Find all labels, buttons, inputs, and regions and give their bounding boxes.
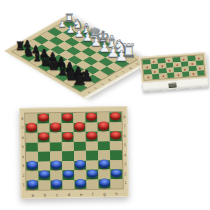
checkers-rank-label: 2 (22, 174, 24, 178)
printed-number-mark (191, 62, 193, 64)
checkers-file-label: h (115, 191, 118, 196)
checkers-rank-label: 3 (124, 162, 126, 166)
printed-number-mark (198, 57, 200, 59)
chess-board-squares (12, 20, 136, 92)
red-checker (110, 112, 121, 121)
checkers-file-label: d (68, 192, 71, 197)
checkers-file-labels: abcdefgh (27, 189, 123, 199)
printed-number-mark (176, 64, 178, 66)
blue-checker (51, 161, 62, 170)
blue-checker (27, 180, 38, 189)
checkers-rank-label: 7 (21, 126, 23, 130)
red-checker (62, 113, 73, 122)
printed-number-mark (184, 68, 186, 70)
chess-coord-label: b (92, 86, 97, 89)
red-checker (110, 131, 121, 140)
chess-coord-label: a (85, 90, 90, 93)
checkers-rank-label: 1 (124, 181, 126, 185)
chess-coord-label: f (120, 70, 125, 73)
printed-number-mark (168, 59, 170, 61)
red-checker (26, 123, 37, 132)
chess-board-frame: abcdefgh (4, 15, 150, 100)
printed-number-mark (146, 66, 148, 68)
checkers-file-label: c (56, 192, 58, 197)
checkers-pieces-layer (25, 112, 122, 190)
blue-checker (99, 160, 110, 169)
checkers-rank-label: 3 (22, 164, 24, 168)
chess-coord-label: h (134, 62, 139, 65)
blue-checker (99, 179, 110, 188)
blue-checker (39, 170, 50, 179)
checkers-rank-label: 8 (123, 115, 125, 119)
red-checker (50, 123, 61, 132)
checkers-rank-label: 5 (22, 145, 24, 149)
printed-number-mark (192, 72, 194, 74)
blue-checker (75, 179, 86, 188)
printed-number-mark (199, 67, 201, 69)
printed-number-mark (162, 75, 164, 77)
printed-number-mark (183, 58, 185, 60)
checkers-rank-labels-right: 87654321 (121, 112, 128, 188)
printed-number-mark (177, 74, 179, 76)
checkers-rank-label: 7 (123, 124, 125, 128)
red-checker (86, 112, 97, 121)
checkers-rank-label: 5 (124, 143, 126, 147)
red-checker (98, 122, 109, 131)
checkers-file-label: f (92, 191, 94, 196)
folded-box-squares (142, 55, 204, 80)
red-checker (38, 113, 49, 122)
chess-coord-label: g (127, 66, 132, 69)
chess-coord-label: d (106, 78, 111, 81)
checkers-file-label: b (44, 192, 47, 197)
chess-coord-label: c (99, 82, 104, 85)
blue-checker (75, 160, 86, 169)
red-checker (38, 132, 49, 141)
printed-number-mark (154, 70, 156, 72)
red-checker (86, 131, 97, 140)
checkers-rank-label: 4 (22, 155, 24, 159)
blue-checker (111, 169, 122, 178)
product-photo: abcdefgh ♜♞♝♛♚♝♞♜♟♟♟♟♟♟♟♟♟♟♟♟♟♟♟♟♜♞♝♛♚♝♞… (0, 0, 210, 210)
checkers-rank-label: 4 (124, 153, 126, 157)
checkers-rank-label: 6 (124, 134, 126, 138)
red-checker (74, 122, 85, 131)
printed-number-mark (153, 60, 155, 62)
checkers-board-frame: abcdefgh 87654321 87654321 (19, 106, 129, 199)
box-clasp-icon (168, 82, 177, 88)
folded-board-box (139, 52, 209, 92)
checkers-file-label: a (32, 192, 35, 197)
box-square (197, 70, 205, 76)
checkers-rank-labels-left: 87654321 (19, 114, 26, 190)
checkers-board: abcdefgh 87654321 87654321 (19, 106, 129, 199)
checkers-file-label: g (103, 191, 106, 196)
printed-number-mark (161, 65, 163, 67)
checkers-rank-label: 1 (22, 183, 24, 187)
checkers-rank-label: 2 (124, 172, 126, 176)
blue-checker (51, 180, 62, 189)
checkers-file-label: e (80, 191, 83, 196)
chess-coord-label: e (113, 74, 118, 77)
red-checker (62, 132, 73, 141)
blue-checker (63, 170, 74, 179)
printed-number-mark (169, 69, 171, 71)
checkers-rank-label: 6 (22, 136, 24, 140)
printed-number-mark (147, 76, 149, 78)
blue-checker (87, 169, 98, 178)
checkers-rank-label: 8 (21, 117, 23, 121)
chess-board-tilt: abcdefgh (4, 15, 150, 100)
blue-checker (27, 161, 38, 170)
